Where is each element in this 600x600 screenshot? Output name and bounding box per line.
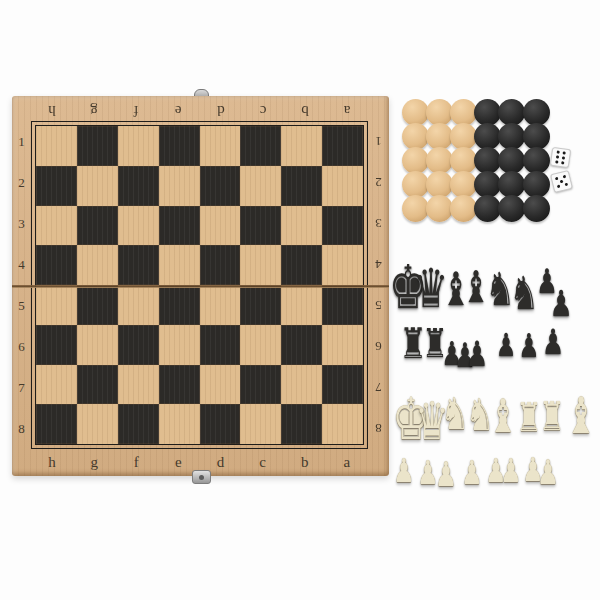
checker-light: [426, 171, 453, 198]
checker-light: [450, 171, 477, 198]
die-pip: [561, 161, 564, 164]
checker-dark: [474, 147, 501, 174]
white-bishop: ♝: [565, 391, 597, 441]
white-pawn: ♟: [435, 457, 457, 491]
checker-light: [402, 99, 429, 126]
checker-dark: [498, 99, 525, 126]
checker-dark: [498, 147, 525, 174]
checker-dark: [523, 147, 550, 174]
die-pip: [556, 150, 559, 153]
black-pawn: ♟: [518, 329, 539, 362]
checker-dark: [474, 123, 501, 150]
die-pip: [562, 151, 565, 154]
die-pip: [554, 160, 557, 163]
black-pawn: ♟: [466, 337, 489, 372]
white-pawn: ♟: [461, 456, 482, 489]
checker-dark: [523, 99, 550, 126]
white-bishop: ♝: [488, 393, 518, 439]
checker-light: [402, 171, 429, 198]
white-rook: ♜: [539, 396, 565, 436]
checker-dark: [523, 123, 550, 150]
checker-light: [402, 147, 429, 174]
checker-dark: [523, 195, 550, 222]
die-pip: [556, 185, 560, 189]
die-2: [549, 169, 572, 192]
fold-seam: [12, 285, 389, 288]
die-pip: [559, 179, 563, 183]
checker-light: [402, 123, 429, 150]
checker-light: [450, 123, 477, 150]
checker-dark: [523, 171, 550, 198]
checker-light: [450, 195, 477, 222]
checker-light: [426, 123, 453, 150]
die-pip: [562, 174, 566, 178]
die-pip: [555, 155, 558, 158]
pieces-layer: ♚♛♝♝♞♞♟♟♜♜♟♟♟♟♟♟♚♛♞♞♝♜♜♝♟♟♟♟♟♟♟♟: [0, 0, 600, 600]
black-pawn: ♟: [549, 286, 572, 322]
product-photo: hgfedcba hgfedcba 12345678 12345678 ♚♛♝♝…: [0, 0, 600, 600]
white-pawn: ♟: [537, 455, 559, 489]
die-1: [549, 146, 570, 167]
black-pawn: ♟: [496, 329, 517, 361]
white-rook: ♜: [516, 397, 542, 437]
checker-dark: [474, 99, 501, 126]
black-knight: ♞: [509, 270, 539, 316]
checker-light: [426, 147, 453, 174]
white-pawn: ♟: [393, 454, 414, 487]
checker-light: [402, 195, 429, 222]
checker-light: [426, 99, 453, 126]
black-pawn: ♟: [542, 325, 565, 360]
checker-dark: [474, 195, 501, 222]
checker-dark: [474, 171, 501, 198]
checker-dark: [498, 195, 525, 222]
checker-dark: [498, 171, 525, 198]
checker-dark: [498, 123, 525, 150]
checker-light: [426, 195, 453, 222]
die-pip: [565, 182, 569, 186]
white-pawn: ♟: [500, 454, 521, 487]
die-pip: [554, 176, 558, 180]
checker-light: [450, 147, 477, 174]
clasp-latch: [192, 470, 211, 484]
die-pip: [562, 156, 565, 159]
checker-light: [450, 99, 477, 126]
